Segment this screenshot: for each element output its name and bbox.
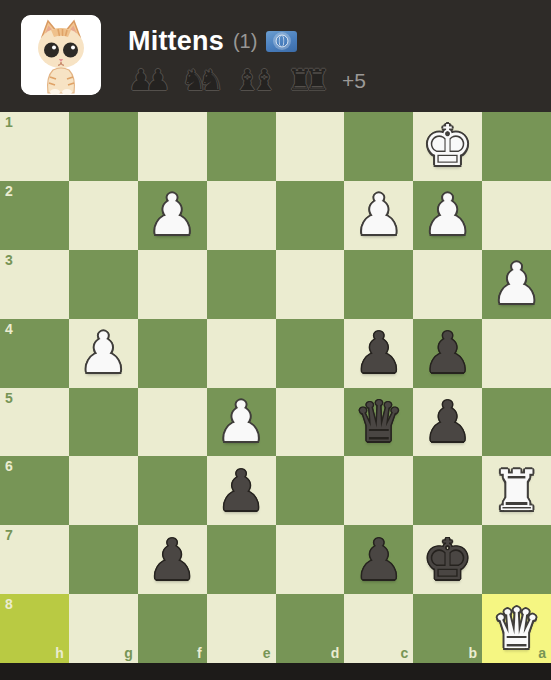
white-pawn[interactable]: ♟ [207,388,276,457]
square-h8[interactable]: 8h [0,594,69,663]
white-king[interactable]: ♚ [413,112,482,181]
material-advantage: +5 [342,66,366,96]
square-f5[interactable] [138,388,207,457]
square-b8[interactable]: b [413,594,482,663]
square-g3[interactable] [69,250,138,319]
square-d8[interactable]: d [276,594,345,663]
square-f2[interactable]: ♟ [138,181,207,250]
black-queen[interactable]: ♛ [344,388,413,457]
cat-avatar-image [21,15,101,95]
square-h1[interactable]: 1 [0,112,69,181]
file-label-c: c [400,645,408,661]
captured-pieces: ♟♟♞♞♝♝♜♜+5 [128,62,528,96]
black-pawn[interactable]: ♟ [138,525,207,594]
square-g1[interactable] [69,112,138,181]
black-pawn[interactable]: ♟ [207,456,276,525]
square-e6[interactable]: ♟ [207,456,276,525]
rank-label-3: 3 [5,252,13,268]
white-pawn[interactable]: ♟ [413,181,482,250]
captured-bishop-group: ♝♝ [234,64,277,96]
square-g5[interactable] [69,388,138,457]
square-b7[interactable]: ♚ [413,525,482,594]
square-g6[interactable] [69,456,138,525]
square-a3[interactable]: ♟ [482,250,551,319]
rank-label-2: 2 [5,183,13,199]
square-e5[interactable]: ♟ [207,388,276,457]
player-avatar[interactable] [21,15,101,95]
square-c8[interactable]: c [344,594,413,663]
file-label-f: f [197,645,202,661]
square-c5[interactable]: ♛ [344,388,413,457]
file-label-e: e [263,645,271,661]
square-f8[interactable]: f [138,594,207,663]
captured-knight-group: ♞♞ [181,64,224,96]
square-d3[interactable] [276,250,345,319]
square-h3[interactable]: 3 [0,250,69,319]
square-g8[interactable]: g [69,594,138,663]
square-h6[interactable]: 6 [0,456,69,525]
captured-rook-group: ♜♜ [287,64,330,96]
chess-board: 1♚2♟♟♟3♟4♟♟♟5♟♛♟6♟♜7♟♟♚8hgfedcba♛ [0,112,551,663]
player-header: Mittens (1) ♟♟♞♞♝♝♜♜+5 [0,0,551,112]
square-c3[interactable] [344,250,413,319]
square-f4[interactable] [138,319,207,388]
square-d1[interactable] [276,112,345,181]
square-e2[interactable] [207,181,276,250]
captured-bishop-icon: ♝ [251,64,277,96]
white-queen[interactable]: ♛ [482,594,551,663]
white-pawn[interactable]: ♟ [344,181,413,250]
square-a2[interactable] [482,181,551,250]
square-g7[interactable] [69,525,138,594]
square-f3[interactable] [138,250,207,319]
square-c2[interactable]: ♟ [344,181,413,250]
captured-rook-icon: ♜ [304,64,330,96]
square-b6[interactable] [413,456,482,525]
square-e7[interactable] [207,525,276,594]
captured-pawn-icon: ♟ [145,64,171,96]
square-a8[interactable]: a♛ [482,594,551,663]
black-pawn[interactable]: ♟ [344,525,413,594]
rank-label-7: 7 [5,527,13,543]
square-g2[interactable] [69,181,138,250]
file-label-g: g [124,645,133,661]
file-label-d: d [331,645,340,661]
square-b5[interactable]: ♟ [413,388,482,457]
square-b2[interactable]: ♟ [413,181,482,250]
square-f6[interactable] [138,456,207,525]
file-label-h: h [55,645,64,661]
square-a5[interactable] [482,388,551,457]
square-a7[interactable] [482,525,551,594]
square-b3[interactable] [413,250,482,319]
square-b4[interactable]: ♟ [413,319,482,388]
square-a6[interactable]: ♜ [482,456,551,525]
square-d2[interactable] [276,181,345,250]
white-pawn[interactable]: ♟ [69,319,138,388]
square-e1[interactable] [207,112,276,181]
bottom-strip [0,663,551,680]
square-d4[interactable] [276,319,345,388]
rank-label-1: 1 [5,114,13,130]
black-pawn[interactable]: ♟ [344,319,413,388]
square-d7[interactable] [276,525,345,594]
rank-label-4: 4 [5,321,13,337]
square-d5[interactable] [276,388,345,457]
square-h4[interactable]: 4 [0,319,69,388]
square-h2[interactable]: 2 [0,181,69,250]
rank-label-6: 6 [5,458,13,474]
square-c1[interactable] [344,112,413,181]
white-pawn[interactable]: ♟ [138,181,207,250]
square-h7[interactable]: 7 [0,525,69,594]
captured-pawn-group: ♟♟ [128,64,171,96]
square-e3[interactable] [207,250,276,319]
rank-label-5: 5 [5,390,13,406]
black-pawn[interactable]: ♟ [413,319,482,388]
square-c6[interactable] [344,456,413,525]
square-f1[interactable] [138,112,207,181]
square-e8[interactable]: e [207,594,276,663]
black-king[interactable]: ♚ [413,525,482,594]
square-d6[interactable] [276,456,345,525]
square-c7[interactable]: ♟ [344,525,413,594]
square-f7[interactable]: ♟ [138,525,207,594]
rank-label-8: 8 [5,596,13,612]
player-name[interactable]: Mittens [128,26,224,57]
square-a1[interactable] [482,112,551,181]
square-a4[interactable] [482,319,551,388]
player-rating: (1) [233,30,257,53]
white-rook[interactable]: ♜ [482,456,551,525]
file-label-b: b [469,645,478,661]
square-b1[interactable]: ♚ [413,112,482,181]
white-pawn[interactable]: ♟ [482,250,551,319]
un-flag-icon [266,31,297,52]
black-pawn[interactable]: ♟ [413,388,482,457]
square-g4[interactable]: ♟ [69,319,138,388]
square-e4[interactable] [207,319,276,388]
captured-knight-icon: ♞ [198,64,224,96]
square-c4[interactable]: ♟ [344,319,413,388]
square-h5[interactable]: 5 [0,388,69,457]
